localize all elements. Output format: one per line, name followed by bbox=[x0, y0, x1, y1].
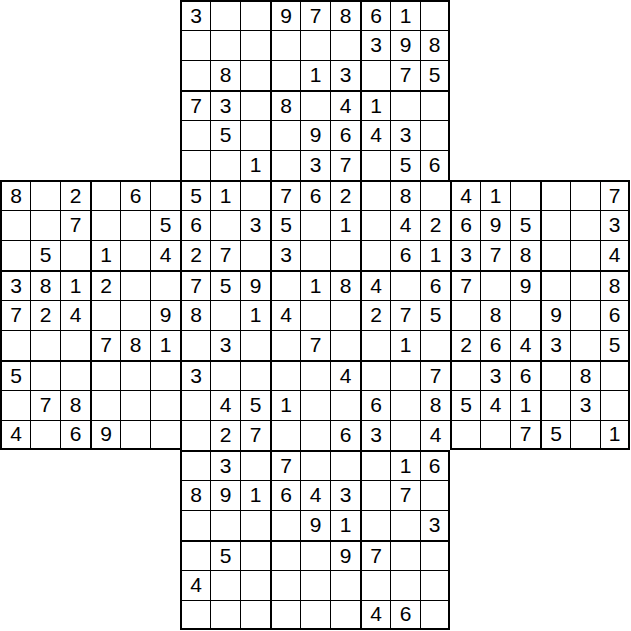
cell-r3c14[interactable]: 7 bbox=[390, 60, 420, 90]
cell-r21c10[interactable] bbox=[270, 600, 300, 630]
cell-r14c18[interactable]: 1 bbox=[510, 390, 540, 420]
cell-r5c9[interactable] bbox=[240, 120, 270, 150]
cell-r3c11[interactable]: 1 bbox=[300, 60, 330, 90]
cell-r6c7[interactable] bbox=[180, 150, 210, 180]
cell-r2c8[interactable] bbox=[210, 30, 240, 60]
cell-r10c1[interactable]: 3 bbox=[0, 270, 30, 300]
cell-r9c20[interactable] bbox=[570, 240, 600, 270]
cell-r8c19[interactable] bbox=[540, 210, 570, 240]
cell-r8c2[interactable] bbox=[30, 210, 60, 240]
cell-r8c1[interactable] bbox=[0, 210, 30, 240]
cell-r20c8[interactable] bbox=[210, 570, 240, 600]
cell-r5c12[interactable]: 6 bbox=[330, 120, 360, 150]
cell-r7c17[interactable]: 1 bbox=[480, 180, 510, 210]
cell-r8c6[interactable]: 5 bbox=[150, 210, 180, 240]
cell-r14c2[interactable]: 7 bbox=[30, 390, 60, 420]
cell-r15c18[interactable]: 7 bbox=[510, 420, 540, 450]
cell-r10c16[interactable]: 7 bbox=[450, 270, 480, 300]
cell-r15c21[interactable]: 1 bbox=[600, 420, 630, 450]
cell-r12c5[interactable]: 8 bbox=[120, 330, 150, 360]
cell-r11c12[interactable] bbox=[330, 300, 360, 330]
cell-r16c15[interactable]: 6 bbox=[420, 450, 450, 480]
cell-r13c10[interactable] bbox=[270, 360, 300, 390]
cell-r11c8[interactable] bbox=[210, 300, 240, 330]
cell-r18c10[interactable] bbox=[270, 510, 300, 540]
cell-r7c9[interactable] bbox=[240, 180, 270, 210]
cell-r7c18[interactable] bbox=[510, 180, 540, 210]
cell-r9c7[interactable]: 2 bbox=[180, 240, 210, 270]
cell-r17c12[interactable]: 3 bbox=[330, 480, 360, 510]
cell-r9c21[interactable]: 4 bbox=[600, 240, 630, 270]
cell-r7c7[interactable]: 5 bbox=[180, 180, 210, 210]
cell-r9c9[interactable] bbox=[240, 240, 270, 270]
cell-r18c13[interactable] bbox=[360, 510, 390, 540]
cell-r3c15[interactable]: 5 bbox=[420, 60, 450, 90]
cell-r9c18[interactable]: 8 bbox=[510, 240, 540, 270]
cell-r17c8[interactable]: 9 bbox=[210, 480, 240, 510]
cell-r14c11[interactable] bbox=[300, 390, 330, 420]
cell-r2c15[interactable]: 8 bbox=[420, 30, 450, 60]
cell-r9c10[interactable]: 3 bbox=[270, 240, 300, 270]
cell-r19c11[interactable] bbox=[300, 540, 330, 570]
cell-r10c15[interactable]: 6 bbox=[420, 270, 450, 300]
cell-r13c9[interactable] bbox=[240, 360, 270, 390]
cell-r7c21[interactable]: 7 bbox=[600, 180, 630, 210]
cell-r13c2[interactable] bbox=[30, 360, 60, 390]
cell-r8c3[interactable]: 7 bbox=[60, 210, 90, 240]
cell-r19c13[interactable]: 7 bbox=[360, 540, 390, 570]
cell-r18c15[interactable]: 3 bbox=[420, 510, 450, 540]
cell-r2c10[interactable] bbox=[270, 30, 300, 60]
cell-r13c6[interactable] bbox=[150, 360, 180, 390]
cell-r12c3[interactable] bbox=[60, 330, 90, 360]
cell-r6c9[interactable]: 1 bbox=[240, 150, 270, 180]
cell-r4c9[interactable] bbox=[240, 90, 270, 120]
cell-r16c14[interactable]: 1 bbox=[390, 450, 420, 480]
cell-r10c2[interactable]: 8 bbox=[30, 270, 60, 300]
cell-r16c7[interactable] bbox=[180, 450, 210, 480]
cell-r5c14[interactable]: 3 bbox=[390, 120, 420, 150]
cell-r9c19[interactable] bbox=[540, 240, 570, 270]
cell-r12c20[interactable] bbox=[570, 330, 600, 360]
cell-r13c12[interactable]: 4 bbox=[330, 360, 360, 390]
cell-r7c16[interactable]: 4 bbox=[450, 180, 480, 210]
cell-r11c10[interactable]: 4 bbox=[270, 300, 300, 330]
cell-r9c5[interactable] bbox=[120, 240, 150, 270]
cell-r7c8[interactable]: 1 bbox=[210, 180, 240, 210]
cell-r14c13[interactable]: 6 bbox=[360, 390, 390, 420]
cell-r7c2[interactable] bbox=[30, 180, 60, 210]
cell-r14c21[interactable] bbox=[600, 390, 630, 420]
cell-r13c5[interactable] bbox=[120, 360, 150, 390]
cell-r9c8[interactable]: 7 bbox=[210, 240, 240, 270]
cell-r8c11[interactable] bbox=[300, 210, 330, 240]
cell-r8c4[interactable] bbox=[90, 210, 120, 240]
cell-r13c13[interactable] bbox=[360, 360, 390, 390]
cell-r10c11[interactable]: 1 bbox=[300, 270, 330, 300]
cell-r17c7[interactable]: 8 bbox=[180, 480, 210, 510]
cell-r7c14[interactable]: 8 bbox=[390, 180, 420, 210]
cell-r12c16[interactable]: 2 bbox=[450, 330, 480, 360]
cell-r10c13[interactable]: 4 bbox=[360, 270, 390, 300]
cell-r20c10[interactable] bbox=[270, 570, 300, 600]
cell-r13c1[interactable]: 5 bbox=[0, 360, 30, 390]
cell-r11c20[interactable] bbox=[570, 300, 600, 330]
cell-r13c15[interactable]: 7 bbox=[420, 360, 450, 390]
cell-r2c14[interactable]: 9 bbox=[390, 30, 420, 60]
cell-r16c12[interactable] bbox=[330, 450, 360, 480]
cell-r17c11[interactable]: 4 bbox=[300, 480, 330, 510]
cell-r7c12[interactable]: 2 bbox=[330, 180, 360, 210]
cell-r12c12[interactable] bbox=[330, 330, 360, 360]
cell-r21c14[interactable]: 6 bbox=[390, 600, 420, 630]
cell-r15c3[interactable]: 6 bbox=[60, 420, 90, 450]
cell-r18c12[interactable]: 1 bbox=[330, 510, 360, 540]
cell-r14c12[interactable] bbox=[330, 390, 360, 420]
cell-r19c7[interactable] bbox=[180, 540, 210, 570]
cell-r15c5[interactable] bbox=[120, 420, 150, 450]
cell-r14c16[interactable]: 5 bbox=[450, 390, 480, 420]
cell-r11c21[interactable]: 6 bbox=[600, 300, 630, 330]
cell-r1c12[interactable]: 8 bbox=[330, 0, 360, 30]
cell-r13c18[interactable]: 6 bbox=[510, 360, 540, 390]
cell-r11c14[interactable]: 7 bbox=[390, 300, 420, 330]
cell-r2c9[interactable] bbox=[240, 30, 270, 60]
cell-r9c16[interactable]: 3 bbox=[450, 240, 480, 270]
cell-r17c13[interactable] bbox=[360, 480, 390, 510]
cell-r9c3[interactable] bbox=[60, 240, 90, 270]
cell-r16c8[interactable]: 3 bbox=[210, 450, 240, 480]
outside-board bbox=[120, 120, 150, 150]
cell-r8c15[interactable]: 2 bbox=[420, 210, 450, 240]
cell-r9c12[interactable] bbox=[330, 240, 360, 270]
cell-r19c9[interactable] bbox=[240, 540, 270, 570]
cell-r1c15[interactable] bbox=[420, 0, 450, 30]
cell-r11c17[interactable]: 8 bbox=[480, 300, 510, 330]
cell-r13c20[interactable]: 8 bbox=[570, 360, 600, 390]
cell-r5c8[interactable]: 5 bbox=[210, 120, 240, 150]
cell-r14c5[interactable] bbox=[120, 390, 150, 420]
cell-r12c13[interactable] bbox=[360, 330, 390, 360]
cell-r9c17[interactable]: 7 bbox=[480, 240, 510, 270]
cell-r12c8[interactable]: 3 bbox=[210, 330, 240, 360]
cell-r2c11[interactable] bbox=[300, 30, 330, 60]
cell-r13c7[interactable]: 3 bbox=[180, 360, 210, 390]
cell-r2c13[interactable]: 3 bbox=[360, 30, 390, 60]
cell-r2c12[interactable] bbox=[330, 30, 360, 60]
cell-r14c17[interactable]: 4 bbox=[480, 390, 510, 420]
cell-r20c11[interactable] bbox=[300, 570, 330, 600]
cell-r12c17[interactable]: 6 bbox=[480, 330, 510, 360]
cell-r10c6[interactable] bbox=[150, 270, 180, 300]
cell-r12c1[interactable] bbox=[0, 330, 30, 360]
cell-r7c3[interactable]: 2 bbox=[60, 180, 90, 210]
cell-r10c21[interactable]: 8 bbox=[600, 270, 630, 300]
cell-r13c11[interactable] bbox=[300, 360, 330, 390]
cell-r15c15[interactable]: 4 bbox=[420, 420, 450, 450]
cell-r12c2[interactable] bbox=[30, 330, 60, 360]
cell-r13c17[interactable]: 3 bbox=[480, 360, 510, 390]
cell-r10c9[interactable]: 9 bbox=[240, 270, 270, 300]
cell-r15c11[interactable] bbox=[300, 420, 330, 450]
cell-r10c8[interactable]: 5 bbox=[210, 270, 240, 300]
cell-r15c7[interactable] bbox=[180, 420, 210, 450]
cell-r11c15[interactable]: 5 bbox=[420, 300, 450, 330]
cell-r15c13[interactable]: 3 bbox=[360, 420, 390, 450]
cell-r12c11[interactable]: 7 bbox=[300, 330, 330, 360]
cell-r5c10[interactable] bbox=[270, 120, 300, 150]
cell-r10c19[interactable] bbox=[540, 270, 570, 300]
cell-r3c10[interactable] bbox=[270, 60, 300, 90]
cell-r10c10[interactable] bbox=[270, 270, 300, 300]
cell-r14c8[interactable]: 4 bbox=[210, 390, 240, 420]
cell-r19c14[interactable] bbox=[390, 540, 420, 570]
cell-r19c12[interactable]: 9 bbox=[330, 540, 360, 570]
cell-r10c3[interactable]: 1 bbox=[60, 270, 90, 300]
cell-r7c19[interactable] bbox=[540, 180, 570, 210]
cell-r11c5[interactable] bbox=[120, 300, 150, 330]
cell-r20c14[interactable] bbox=[390, 570, 420, 600]
cell-r12c18[interactable]: 4 bbox=[510, 330, 540, 360]
cell-r19c15[interactable] bbox=[420, 540, 450, 570]
cell-r4c11[interactable] bbox=[300, 90, 330, 120]
cell-r6c8[interactable] bbox=[210, 150, 240, 180]
cell-r12c9[interactable] bbox=[240, 330, 270, 360]
cell-r15c4[interactable]: 9 bbox=[90, 420, 120, 450]
cell-r14c4[interactable] bbox=[90, 390, 120, 420]
cell-r16c9[interactable] bbox=[240, 450, 270, 480]
cell-r14c19[interactable] bbox=[540, 390, 570, 420]
cell-r8c13[interactable] bbox=[360, 210, 390, 240]
cell-r15c12[interactable]: 6 bbox=[330, 420, 360, 450]
cell-r6c10[interactable] bbox=[270, 150, 300, 180]
cell-r4c15[interactable] bbox=[420, 90, 450, 120]
cell-r14c3[interactable]: 8 bbox=[60, 390, 90, 420]
cell-r8c5[interactable] bbox=[120, 210, 150, 240]
cell-r7c4[interactable] bbox=[90, 180, 120, 210]
cell-r19c8[interactable]: 5 bbox=[210, 540, 240, 570]
cell-r16c13[interactable] bbox=[360, 450, 390, 480]
cell-r15c17[interactable] bbox=[480, 420, 510, 450]
cell-r17c15[interactable] bbox=[420, 480, 450, 510]
cell-r21c7[interactable] bbox=[180, 600, 210, 630]
cell-r15c9[interactable]: 7 bbox=[240, 420, 270, 450]
cell-r15c20[interactable] bbox=[570, 420, 600, 450]
cell-r14c14[interactable] bbox=[390, 390, 420, 420]
cell-r10c7[interactable]: 7 bbox=[180, 270, 210, 300]
cell-r15c16[interactable] bbox=[450, 420, 480, 450]
cell-r21c15[interactable] bbox=[420, 600, 450, 630]
cell-r6c12[interactable]: 7 bbox=[330, 150, 360, 180]
cell-r15c8[interactable]: 2 bbox=[210, 420, 240, 450]
cell-r7c20[interactable] bbox=[570, 180, 600, 210]
cell-r8c7[interactable]: 6 bbox=[180, 210, 210, 240]
outside-board bbox=[30, 120, 60, 150]
cell-r10c18[interactable]: 9 bbox=[510, 270, 540, 300]
cell-r11c6[interactable]: 9 bbox=[150, 300, 180, 330]
cell-r7c6[interactable] bbox=[150, 180, 180, 210]
cell-r9c1[interactable] bbox=[0, 240, 30, 270]
cell-r5c11[interactable]: 9 bbox=[300, 120, 330, 150]
cell-r12c7[interactable] bbox=[180, 330, 210, 360]
cell-r15c2[interactable] bbox=[30, 420, 60, 450]
cell-r14c10[interactable]: 1 bbox=[270, 390, 300, 420]
cell-r11c9[interactable]: 1 bbox=[240, 300, 270, 330]
cell-r3c9[interactable] bbox=[240, 60, 270, 90]
cell-r4c10[interactable]: 8 bbox=[270, 90, 300, 120]
cell-r11c18[interactable] bbox=[510, 300, 540, 330]
cell-r8c10[interactable]: 5 bbox=[270, 210, 300, 240]
cell-r10c20[interactable] bbox=[570, 270, 600, 300]
cell-r7c15[interactable] bbox=[420, 180, 450, 210]
cell-r15c19[interactable]: 5 bbox=[540, 420, 570, 450]
cell-r18c11[interactable]: 9 bbox=[300, 510, 330, 540]
cell-r21c9[interactable] bbox=[240, 600, 270, 630]
outside-board bbox=[0, 0, 30, 30]
cell-r16c10[interactable]: 7 bbox=[270, 450, 300, 480]
cell-r15c1[interactable]: 4 bbox=[0, 420, 30, 450]
cell-r3c7[interactable] bbox=[180, 60, 210, 90]
cell-r6c14[interactable]: 5 bbox=[390, 150, 420, 180]
cell-r21c12[interactable] bbox=[330, 600, 360, 630]
cell-r4c8[interactable]: 3 bbox=[210, 90, 240, 120]
cell-r12c14[interactable]: 1 bbox=[390, 330, 420, 360]
cell-r17c14[interactable]: 7 bbox=[390, 480, 420, 510]
cell-r21c13[interactable]: 4 bbox=[360, 600, 390, 630]
cell-r1c9[interactable] bbox=[240, 0, 270, 30]
cell-r14c20[interactable]: 3 bbox=[570, 390, 600, 420]
cell-r12c21[interactable]: 5 bbox=[600, 330, 630, 360]
cell-r11c19[interactable]: 9 bbox=[540, 300, 570, 330]
cell-r1c10[interactable]: 9 bbox=[270, 0, 300, 30]
cell-r8c12[interactable]: 1 bbox=[330, 210, 360, 240]
cell-r5c7[interactable] bbox=[180, 120, 210, 150]
cell-r7c13[interactable] bbox=[360, 180, 390, 210]
cell-r12c4[interactable]: 7 bbox=[90, 330, 120, 360]
cell-r13c21[interactable] bbox=[600, 360, 630, 390]
cell-r21c8[interactable] bbox=[210, 600, 240, 630]
cell-r8c8[interactable] bbox=[210, 210, 240, 240]
cell-r11c2[interactable]: 2 bbox=[30, 300, 60, 330]
cell-r20c13[interactable] bbox=[360, 570, 390, 600]
cell-r19c10[interactable] bbox=[270, 540, 300, 570]
cell-r2c7[interactable] bbox=[180, 30, 210, 60]
cell-r7c5[interactable]: 6 bbox=[120, 180, 150, 210]
cell-r9c15[interactable]: 1 bbox=[420, 240, 450, 270]
cell-r4c13[interactable]: 1 bbox=[360, 90, 390, 120]
cell-r4c7[interactable]: 7 bbox=[180, 90, 210, 120]
cell-r7c11[interactable]: 6 bbox=[300, 180, 330, 210]
cell-r8c20[interactable] bbox=[570, 210, 600, 240]
cell-r1c13[interactable]: 6 bbox=[360, 0, 390, 30]
cell-r20c15[interactable] bbox=[420, 570, 450, 600]
cell-r12c19[interactable]: 3 bbox=[540, 330, 570, 360]
cell-r11c4[interactable] bbox=[90, 300, 120, 330]
cell-r20c7[interactable]: 4 bbox=[180, 570, 210, 600]
cell-r9c13[interactable] bbox=[360, 240, 390, 270]
cell-r9c14[interactable]: 6 bbox=[390, 240, 420, 270]
cell-r16c11[interactable] bbox=[300, 450, 330, 480]
cell-r18c8[interactable] bbox=[210, 510, 240, 540]
cell-r7c1[interactable]: 8 bbox=[0, 180, 30, 210]
cell-r21c11[interactable] bbox=[300, 600, 330, 630]
cell-r14c9[interactable]: 5 bbox=[240, 390, 270, 420]
cell-r13c4[interactable] bbox=[90, 360, 120, 390]
cell-r3c8[interactable]: 8 bbox=[210, 60, 240, 90]
cell-r9c4[interactable]: 1 bbox=[90, 240, 120, 270]
cell-r18c7[interactable] bbox=[180, 510, 210, 540]
cell-r8c17[interactable]: 9 bbox=[480, 210, 510, 240]
cell-r8c14[interactable]: 4 bbox=[390, 210, 420, 240]
cell-r9c2[interactable]: 5 bbox=[30, 240, 60, 270]
cell-r20c12[interactable] bbox=[330, 570, 360, 600]
cell-r13c16[interactable] bbox=[450, 360, 480, 390]
cell-r13c14[interactable] bbox=[390, 360, 420, 390]
cell-r13c8[interactable] bbox=[210, 360, 240, 390]
cell-r8c9[interactable]: 3 bbox=[240, 210, 270, 240]
cell-r6c11[interactable]: 3 bbox=[300, 150, 330, 180]
cell-r9c11[interactable] bbox=[300, 240, 330, 270]
cell-r13c19[interactable] bbox=[540, 360, 570, 390]
cell-r14c15[interactable]: 8 bbox=[420, 390, 450, 420]
cell-r10c12[interactable]: 8 bbox=[330, 270, 360, 300]
cell-r3c13[interactable] bbox=[360, 60, 390, 90]
cell-r6c15[interactable]: 6 bbox=[420, 150, 450, 180]
cell-r10c5[interactable] bbox=[120, 270, 150, 300]
cell-r12c10[interactable] bbox=[270, 330, 300, 360]
cell-r5c13[interactable]: 4 bbox=[360, 120, 390, 150]
cell-r11c3[interactable]: 4 bbox=[60, 300, 90, 330]
cell-r11c1[interactable]: 7 bbox=[0, 300, 30, 330]
cell-r15c14[interactable] bbox=[390, 420, 420, 450]
cell-r18c9[interactable] bbox=[240, 510, 270, 540]
cell-r11c11[interactable] bbox=[300, 300, 330, 330]
cell-r7c10[interactable]: 7 bbox=[270, 180, 300, 210]
cell-r20c9[interactable] bbox=[240, 570, 270, 600]
cell-r12c15[interactable] bbox=[420, 330, 450, 360]
cell-r13c3[interactable] bbox=[60, 360, 90, 390]
cell-r8c18[interactable]: 5 bbox=[510, 210, 540, 240]
cell-r6c13[interactable] bbox=[360, 150, 390, 180]
cell-r14c1[interactable] bbox=[0, 390, 30, 420]
cell-r1c14[interactable]: 1 bbox=[390, 0, 420, 30]
cell-r14c6[interactable] bbox=[150, 390, 180, 420]
cell-r15c10[interactable] bbox=[270, 420, 300, 450]
cell-r15c6[interactable] bbox=[150, 420, 180, 450]
cell-r11c16[interactable] bbox=[450, 300, 480, 330]
cell-r5c15[interactable] bbox=[420, 120, 450, 150]
cell-r9c6[interactable]: 4 bbox=[150, 240, 180, 270]
cell-r10c4[interactable]: 2 bbox=[90, 270, 120, 300]
cell-r17c9[interactable]: 1 bbox=[240, 480, 270, 510]
cell-r1c11[interactable]: 7 bbox=[300, 0, 330, 30]
cell-r3c12[interactable]: 3 bbox=[330, 60, 360, 90]
cell-r4c14[interactable] bbox=[390, 90, 420, 120]
cell-r1c8[interactable] bbox=[210, 0, 240, 30]
cell-r4c12[interactable]: 4 bbox=[330, 90, 360, 120]
cell-r8c16[interactable]: 6 bbox=[450, 210, 480, 240]
cell-r12c6[interactable]: 1 bbox=[150, 330, 180, 360]
cell-r14c7[interactable] bbox=[180, 390, 210, 420]
cell-r10c14[interactable] bbox=[390, 270, 420, 300]
cell-r10c17[interactable] bbox=[480, 270, 510, 300]
cell-r11c7[interactable]: 8 bbox=[180, 300, 210, 330]
cell-r18c14[interactable] bbox=[390, 510, 420, 540]
cell-r8c21[interactable]: 3 bbox=[600, 210, 630, 240]
cell-r17c10[interactable]: 6 bbox=[270, 480, 300, 510]
cell-r11c13[interactable]: 2 bbox=[360, 300, 390, 330]
cell-r1c7[interactable]: 3 bbox=[180, 0, 210, 30]
